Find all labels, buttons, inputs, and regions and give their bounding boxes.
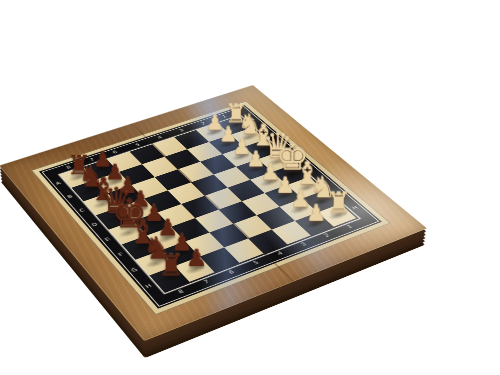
product-photo: 88AA77BB66CC55DD44EE33FF22GG11HH ♜♟♟♜♞♟♟… xyxy=(0,0,500,375)
piece-black-rook[interactable]: ♜ xyxy=(150,250,191,279)
scene: 88AA77BB66CC55DD44EE33FF22GG11HH ♜♟♟♜♞♟♟… xyxy=(0,0,500,375)
chess-board: 88AA77BB66CC55DD44EE33FF22GG11HH ♜♟♟♜♞♟♟… xyxy=(0,85,427,341)
piece-white-pawn[interactable]: ♟ xyxy=(296,202,335,225)
